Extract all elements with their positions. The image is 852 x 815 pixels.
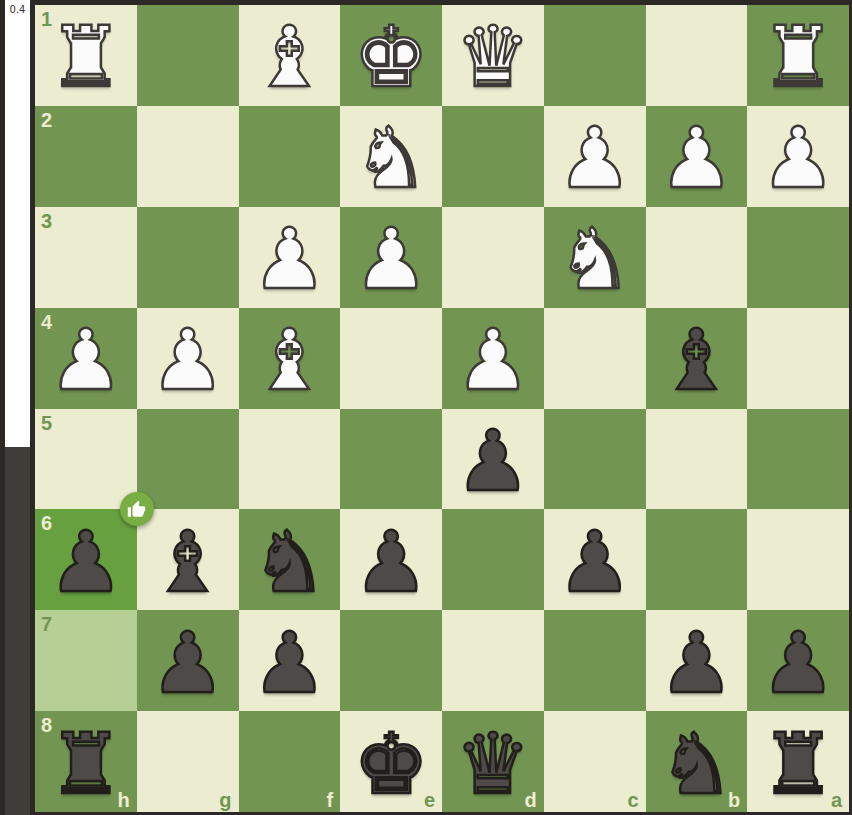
square-f7[interactable]: ♟ bbox=[239, 610, 341, 711]
square-c8[interactable]: c bbox=[544, 711, 646, 812]
square-d4[interactable]: ♟ bbox=[442, 308, 544, 409]
piece-white-pawn: ♟ bbox=[252, 217, 327, 301]
square-d2[interactable] bbox=[442, 106, 544, 207]
rank-label-5: 5 bbox=[41, 411, 52, 435]
square-d5[interactable]: ♟ bbox=[442, 409, 544, 510]
square-d7[interactable] bbox=[442, 610, 544, 711]
square-d6[interactable] bbox=[442, 509, 544, 610]
square-h3[interactable]: 3 bbox=[35, 207, 137, 308]
piece-white-rook: ♜ bbox=[48, 15, 123, 99]
piece-white-pawn: ♟ bbox=[353, 217, 428, 301]
good-move-badge bbox=[120, 492, 154, 526]
evaluation-bar: 0.4 bbox=[5, 0, 30, 815]
thumbs-up-icon bbox=[127, 500, 146, 519]
square-e7[interactable] bbox=[340, 610, 442, 711]
square-a5[interactable] bbox=[747, 409, 849, 510]
piece-black-bishop: ♝ bbox=[150, 520, 225, 604]
piece-black-pawn: ♟ bbox=[557, 520, 632, 604]
file-label-g: g bbox=[219, 788, 231, 812]
evaluation-bar-black-section bbox=[5, 447, 30, 815]
square-g8[interactable]: g bbox=[137, 711, 239, 812]
square-g2[interactable] bbox=[137, 106, 239, 207]
rank-label-2: 2 bbox=[41, 108, 52, 132]
piece-white-pawn: ♟ bbox=[150, 318, 225, 402]
square-g5[interactable] bbox=[137, 409, 239, 510]
square-a4[interactable] bbox=[747, 308, 849, 409]
piece-black-pawn: ♟ bbox=[353, 520, 428, 604]
square-d1[interactable]: ♛ bbox=[442, 5, 544, 106]
square-e4[interactable] bbox=[340, 308, 442, 409]
piece-white-queen: ♛ bbox=[455, 15, 530, 99]
square-e5[interactable] bbox=[340, 409, 442, 510]
square-g7[interactable]: ♟ bbox=[137, 610, 239, 711]
square-c2[interactable]: ♟ bbox=[544, 106, 646, 207]
square-b1[interactable] bbox=[646, 5, 748, 106]
file-label-c: c bbox=[627, 788, 638, 812]
square-e1[interactable]: ♚ bbox=[340, 5, 442, 106]
square-f3[interactable]: ♟ bbox=[239, 207, 341, 308]
square-c1[interactable] bbox=[544, 5, 646, 106]
piece-black-bishop: ♝ bbox=[659, 318, 734, 402]
square-h8[interactable]: 8h♜ bbox=[35, 711, 137, 812]
square-a3[interactable] bbox=[747, 207, 849, 308]
piece-black-queen: ♛ bbox=[455, 722, 530, 806]
square-g1[interactable] bbox=[137, 5, 239, 106]
piece-black-pawn: ♟ bbox=[252, 621, 327, 705]
piece-white-bishop: ♝ bbox=[252, 318, 327, 402]
square-a1[interactable]: ♜ bbox=[747, 5, 849, 106]
piece-black-king: ♚ bbox=[353, 722, 428, 806]
square-g6[interactable]: ♝ bbox=[137, 509, 239, 610]
square-b8[interactable]: b♞ bbox=[646, 711, 748, 812]
square-d8[interactable]: d♛ bbox=[442, 711, 544, 812]
piece-black-rook: ♜ bbox=[48, 722, 123, 806]
square-g3[interactable] bbox=[137, 207, 239, 308]
square-f8[interactable]: f bbox=[239, 711, 341, 812]
square-b4[interactable]: ♝ bbox=[646, 308, 748, 409]
square-h2[interactable]: 2 bbox=[35, 106, 137, 207]
square-b2[interactable]: ♟ bbox=[646, 106, 748, 207]
piece-black-pawn: ♟ bbox=[48, 520, 123, 604]
square-a7[interactable]: ♟ bbox=[747, 610, 849, 711]
piece-black-knight: ♞ bbox=[659, 722, 734, 806]
piece-black-pawn: ♟ bbox=[659, 621, 734, 705]
evaluation-bar-white-section: 0.4 bbox=[5, 0, 30, 447]
square-h1[interactable]: 1♜ bbox=[35, 5, 137, 106]
square-e8[interactable]: e♚ bbox=[340, 711, 442, 812]
square-c3[interactable]: ♞ bbox=[544, 207, 646, 308]
square-c7[interactable] bbox=[544, 610, 646, 711]
square-c4[interactable] bbox=[544, 308, 646, 409]
piece-black-pawn: ♟ bbox=[760, 621, 835, 705]
square-f4[interactable]: ♝ bbox=[239, 308, 341, 409]
file-label-f: f bbox=[327, 788, 334, 812]
piece-white-pawn: ♟ bbox=[455, 318, 530, 402]
square-h7[interactable]: 7 bbox=[35, 610, 137, 711]
square-f6[interactable]: ♞ bbox=[239, 509, 341, 610]
square-c5[interactable] bbox=[544, 409, 646, 510]
square-b7[interactable]: ♟ bbox=[646, 610, 748, 711]
square-h5[interactable]: 5 bbox=[35, 409, 137, 510]
square-a6[interactable] bbox=[747, 509, 849, 610]
square-f1[interactable]: ♝ bbox=[239, 5, 341, 106]
rank-label-7: 7 bbox=[41, 612, 52, 636]
square-c6[interactable]: ♟ bbox=[544, 509, 646, 610]
square-b3[interactable] bbox=[646, 207, 748, 308]
rank-label-3: 3 bbox=[41, 209, 52, 233]
square-d3[interactable] bbox=[442, 207, 544, 308]
piece-white-knight: ♞ bbox=[353, 116, 428, 200]
square-b5[interactable] bbox=[646, 409, 748, 510]
piece-white-pawn: ♟ bbox=[48, 318, 123, 402]
square-e2[interactable]: ♞ bbox=[340, 106, 442, 207]
piece-black-pawn: ♟ bbox=[150, 621, 225, 705]
piece-white-bishop: ♝ bbox=[252, 15, 327, 99]
piece-white-king: ♚ bbox=[353, 15, 428, 99]
piece-white-knight: ♞ bbox=[557, 217, 632, 301]
chess-board: 1♜♝♚♛♜2♞♟♟♟3♟♟♞4♟♟♝♟♝5♟6♟♝♞♟♟7♟♟♟♟8h♜gfe… bbox=[35, 5, 849, 812]
square-f2[interactable] bbox=[239, 106, 341, 207]
square-e3[interactable]: ♟ bbox=[340, 207, 442, 308]
square-h4[interactable]: 4♟ bbox=[35, 308, 137, 409]
piece-white-pawn: ♟ bbox=[659, 116, 734, 200]
square-a2[interactable]: ♟ bbox=[747, 106, 849, 207]
piece-black-knight: ♞ bbox=[252, 520, 327, 604]
square-b6[interactable] bbox=[646, 509, 748, 610]
square-e6[interactable]: ♟ bbox=[340, 509, 442, 610]
square-g4[interactable]: ♟ bbox=[137, 308, 239, 409]
evaluation-score: 0.4 bbox=[5, 0, 30, 15]
piece-black-pawn: ♟ bbox=[455, 419, 530, 503]
square-h6[interactable]: 6♟ bbox=[35, 509, 137, 610]
square-a8[interactable]: a♜ bbox=[747, 711, 849, 812]
piece-white-pawn: ♟ bbox=[760, 116, 835, 200]
piece-black-rook: ♜ bbox=[760, 722, 835, 806]
piece-white-rook: ♜ bbox=[760, 15, 835, 99]
square-f5[interactable] bbox=[239, 409, 341, 510]
piece-white-pawn: ♟ bbox=[557, 116, 632, 200]
